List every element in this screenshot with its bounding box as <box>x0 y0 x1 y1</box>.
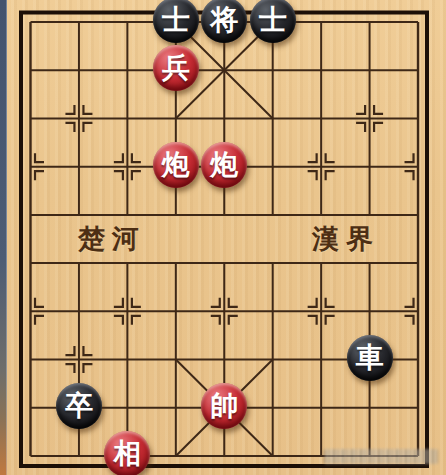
piece-black-将[interactable]: 将 <box>201 0 247 43</box>
pieces-layer: 士将士兵炮炮車卒帥相 <box>0 0 446 475</box>
piece-black-士[interactable]: 士 <box>250 0 296 43</box>
xiangqi-app: 楚河 漢界 士将士兵炮炮車卒帥相 <box>0 0 446 475</box>
piece-black-士[interactable]: 士 <box>153 0 199 43</box>
piece-red-兵[interactable]: 兵 <box>153 45 199 91</box>
xiangqi-board[interactable]: 楚河 漢界 士将士兵炮炮車卒帥相 <box>0 0 446 475</box>
piece-red-炮[interactable]: 炮 <box>201 142 247 188</box>
piece-red-帥[interactable]: 帥 <box>201 383 247 429</box>
piece-red-炮[interactable]: 炮 <box>153 142 199 188</box>
watermark <box>324 449 438 464</box>
piece-black-車[interactable]: 車 <box>347 335 393 381</box>
piece-red-相[interactable]: 相 <box>104 431 150 475</box>
piece-black-卒[interactable]: 卒 <box>56 383 102 429</box>
